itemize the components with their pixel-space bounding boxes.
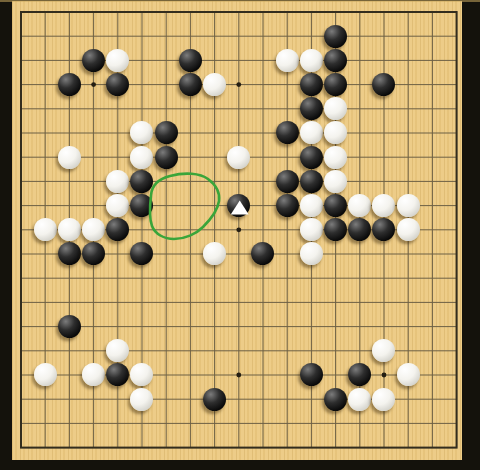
star-point (91, 373, 96, 378)
star-point (91, 82, 96, 87)
star-point (382, 227, 387, 232)
star-point (236, 82, 241, 87)
grid-lines (12, 1, 462, 460)
star-point (91, 227, 96, 232)
go-board[interactable] (12, 1, 462, 460)
star-point (236, 227, 241, 232)
star-point (382, 82, 387, 87)
star-point (236, 373, 241, 378)
star-point (382, 373, 387, 378)
go-app-screen (0, 0, 480, 470)
